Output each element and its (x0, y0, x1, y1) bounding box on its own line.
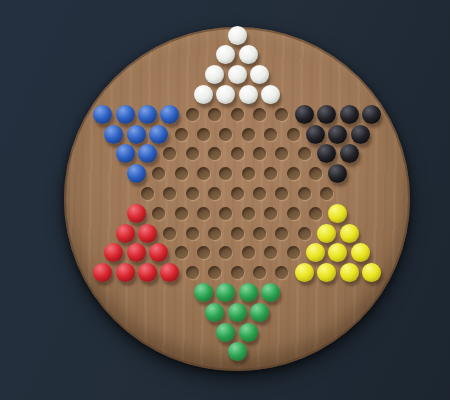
board-hole[interactable] (275, 187, 288, 200)
peg-red[interactable] (160, 263, 179, 282)
peg-yellow[interactable] (317, 224, 336, 243)
board-hole[interactable] (309, 167, 322, 180)
board-hole[interactable] (287, 167, 300, 180)
peg-blue[interactable] (127, 164, 146, 183)
peg-blue[interactable] (93, 105, 112, 124)
peg-green[interactable] (239, 323, 258, 342)
board-hole[interactable] (231, 147, 244, 160)
board-hole[interactable] (208, 187, 221, 200)
peg-green[interactable] (216, 283, 235, 302)
board-hole[interactable] (152, 167, 165, 180)
board-hole[interactable] (163, 227, 176, 240)
peg-blue[interactable] (127, 125, 146, 144)
peg-white[interactable] (216, 85, 235, 104)
peg-yellow[interactable] (328, 243, 347, 262)
peg-yellow[interactable] (351, 243, 370, 262)
board-hole[interactable] (197, 246, 210, 259)
board-hole[interactable] (197, 167, 210, 180)
board-hole[interactable] (287, 128, 300, 141)
board-hole[interactable] (253, 187, 266, 200)
peg-black[interactable] (340, 144, 359, 163)
board-hole[interactable] (320, 187, 333, 200)
peg-blue[interactable] (138, 105, 157, 124)
board-hole[interactable] (208, 147, 221, 160)
peg-green[interactable] (228, 342, 247, 361)
board-hole[interactable] (253, 147, 266, 160)
board-hole[interactable] (264, 167, 277, 180)
board-hole[interactable] (175, 167, 188, 180)
board-hole[interactable] (186, 187, 199, 200)
board-hole[interactable] (242, 167, 255, 180)
peg-black[interactable] (362, 105, 381, 124)
peg-black[interactable] (340, 105, 359, 124)
board-hole[interactable] (298, 147, 311, 160)
board-hole[interactable] (231, 227, 244, 240)
board-hole[interactable] (298, 187, 311, 200)
peg-red[interactable] (127, 243, 146, 262)
table-surface (0, 0, 450, 400)
peg-yellow[interactable] (295, 263, 314, 282)
board-hole[interactable] (275, 108, 288, 121)
peg-red[interactable] (127, 204, 146, 223)
peg-white[interactable] (205, 65, 224, 84)
board-hole[interactable] (253, 227, 266, 240)
peg-yellow[interactable] (306, 243, 325, 262)
peg-white[interactable] (228, 65, 247, 84)
board-hole[interactable] (219, 207, 232, 220)
peg-black[interactable] (328, 164, 347, 183)
peg-white[interactable] (239, 85, 258, 104)
board-hole[interactable] (186, 108, 199, 121)
peg-white[interactable] (239, 45, 258, 64)
board-hole[interactable] (242, 128, 255, 141)
board-hole[interactable] (231, 266, 244, 279)
board-hole[interactable] (264, 246, 277, 259)
board-hole[interactable] (175, 246, 188, 259)
peg-black[interactable] (317, 105, 336, 124)
peg-yellow[interactable] (340, 224, 359, 243)
peg-blue[interactable] (138, 144, 157, 163)
board-hole[interactable] (208, 108, 221, 121)
board-hole[interactable] (287, 246, 300, 259)
peg-red[interactable] (149, 243, 168, 262)
board-hole[interactable] (219, 167, 232, 180)
board-hole[interactable] (264, 207, 277, 220)
board-hole[interactable] (175, 128, 188, 141)
board-hole[interactable] (219, 246, 232, 259)
peg-black[interactable] (317, 144, 336, 163)
peg-green[interactable] (205, 303, 224, 322)
board-hole[interactable] (197, 128, 210, 141)
board-hole[interactable] (287, 207, 300, 220)
peg-green[interactable] (261, 283, 280, 302)
peg-green[interactable] (228, 303, 247, 322)
peg-white[interactable] (261, 85, 280, 104)
peg-yellow[interactable] (340, 263, 359, 282)
board-hole[interactable] (275, 227, 288, 240)
board-hole[interactable] (186, 147, 199, 160)
board-hole[interactable] (152, 207, 165, 220)
board-hole[interactable] (186, 266, 199, 279)
peg-black[interactable] (306, 125, 325, 144)
board-hole[interactable] (309, 207, 322, 220)
board-hole[interactable] (264, 128, 277, 141)
peg-yellow[interactable] (328, 204, 347, 223)
board-hole[interactable] (219, 128, 232, 141)
board-hole[interactable] (141, 187, 154, 200)
peg-red[interactable] (116, 263, 135, 282)
board-hole[interactable] (231, 187, 244, 200)
peg-white[interactable] (250, 65, 269, 84)
peg-black[interactable] (351, 125, 370, 144)
peg-green[interactable] (194, 283, 213, 302)
board-hole[interactable] (242, 207, 255, 220)
board-hole[interactable] (197, 207, 210, 220)
peg-blue[interactable] (116, 105, 135, 124)
peg-yellow[interactable] (317, 263, 336, 282)
board-hole[interactable] (208, 227, 221, 240)
peg-yellow[interactable] (362, 263, 381, 282)
board-hole[interactable] (253, 108, 266, 121)
chinese-checkers-board (64, 27, 410, 371)
board-hole[interactable] (275, 147, 288, 160)
board-hole[interactable] (186, 227, 199, 240)
board-hole[interactable] (242, 246, 255, 259)
board-hole[interactable] (175, 207, 188, 220)
peg-green[interactable] (216, 323, 235, 342)
peg-blue[interactable] (149, 125, 168, 144)
board-hole[interactable] (298, 227, 311, 240)
peg-blue[interactable] (104, 125, 123, 144)
peg-white[interactable] (194, 85, 213, 104)
peg-green[interactable] (239, 283, 258, 302)
peg-blue[interactable] (116, 144, 135, 163)
peg-red[interactable] (138, 263, 157, 282)
peg-blue[interactable] (160, 105, 179, 124)
peg-red[interactable] (138, 224, 157, 243)
peg-green[interactable] (250, 303, 269, 322)
peg-red[interactable] (104, 243, 123, 262)
board-hole[interactable] (231, 108, 244, 121)
peg-black[interactable] (295, 105, 314, 124)
peg-black[interactable] (328, 125, 347, 144)
peg-white[interactable] (228, 26, 247, 45)
peg-white[interactable] (216, 45, 235, 64)
board-hole[interactable] (163, 147, 176, 160)
board-hole[interactable] (275, 266, 288, 279)
board-hole[interactable] (163, 187, 176, 200)
peg-red[interactable] (116, 224, 135, 243)
peg-red[interactable] (93, 263, 112, 282)
board-hole[interactable] (253, 266, 266, 279)
board-hole[interactable] (208, 266, 221, 279)
